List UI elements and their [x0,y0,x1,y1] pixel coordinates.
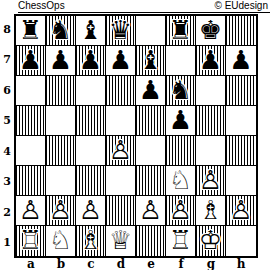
square-f4[interactable] [166,136,196,166]
white-pawn-piece: ♟♙ [106,136,135,165]
rank-label-6: 6 [0,75,14,106]
square-b3[interactable] [46,166,76,196]
file-label-f: f [166,258,196,270]
square-h4[interactable] [226,136,256,166]
black-pawn-piece: ♟♟ [166,106,195,135]
black-knight-piece: ♞♞ [166,76,195,105]
black-king-piece: ♚♚ [196,16,225,45]
square-a5[interactable] [16,106,46,136]
black-bishop-piece: ♝♝ [76,16,105,45]
square-g8[interactable]: ♚♚ [196,16,226,46]
square-d2[interactable] [106,196,136,226]
rank-label-4: 4 [0,136,14,167]
square-c2[interactable]: ♟♙ [76,196,106,226]
square-b2[interactable]: ♟♙ [46,196,76,226]
white-king-icon: ♔ [196,226,225,256]
black-knight-icon: ♞ [166,76,195,105]
file-label-b: b [46,258,76,270]
white-rook-piece: ♜♖ [166,226,195,256]
black-queen-icon: ♛ [106,16,135,45]
file-label-g: g [196,258,226,270]
black-pawn-icon: ♟ [16,46,45,75]
white-rook-icon: ♖ [166,226,195,256]
square-c7[interactable]: ♟♟ [76,46,106,76]
white-pawn-icon: ♙ [196,166,225,195]
app-title: ChessOps [18,0,65,12]
white-pawn-piece: ♟♙ [166,196,195,225]
square-a8[interactable]: ♜♜ [16,16,46,46]
square-e3[interactable] [136,166,166,196]
rank-label-7: 7 [0,45,14,76]
square-a6[interactable] [16,76,46,106]
square-e2[interactable]: ♟♙ [136,196,166,226]
square-f1[interactable]: ♜♖ [166,226,196,256]
square-g3[interactable]: ♟♙ [196,166,226,196]
white-pawn-piece: ♟♙ [136,196,165,225]
black-rook-icon: ♜ [166,16,195,45]
square-a4[interactable] [16,136,46,166]
board-area: 87654321 ♜♜♞♞♝♝♛♛♜♜♚♚♟♟♟♟♟♟♟♟♝♝♟♟♟♟♟♟♞♞♟… [0,14,270,258]
square-a2[interactable]: ♟♙ [16,196,46,226]
chess-board: ♜♜♞♞♝♝♛♛♜♜♚♚♟♟♟♟♟♟♟♟♝♝♟♟♟♟♟♟♞♞♟♟♟♙♞♘♟♙♟♙… [14,14,258,258]
white-knight-icon: ♘ [166,166,195,195]
black-bishop-icon: ♝ [136,46,165,75]
black-rook-icon: ♜ [16,16,45,45]
square-h3[interactable] [226,166,256,196]
square-h6[interactable] [226,76,256,106]
white-rook-piece: ♜♖ [16,226,45,256]
file-label-a: a [16,258,46,270]
black-knight-icon: ♞ [46,16,75,45]
square-d7[interactable]: ♟♟ [106,46,136,76]
square-c8[interactable]: ♝♝ [76,16,106,46]
black-knight-piece: ♞♞ [46,16,75,45]
white-bishop-piece: ♝♗ [76,226,105,256]
rank-label-5: 5 [0,106,14,137]
black-pawn-icon: ♟ [76,46,105,75]
square-f6[interactable]: ♞♞ [166,76,196,106]
black-pawn-piece: ♟♟ [136,76,165,105]
white-pawn-icon: ♙ [76,196,105,225]
square-c3[interactable] [76,166,106,196]
square-c1[interactable]: ♝♗ [76,226,106,256]
square-d3[interactable] [106,166,136,196]
square-f8[interactable]: ♜♜ [166,16,196,46]
file-label-e: e [136,258,166,270]
rank-label-3: 3 [0,167,14,198]
square-e8[interactable] [136,16,166,46]
file-label-h: h [226,258,256,270]
file-label-d: d [106,258,136,270]
square-e1[interactable] [136,226,166,256]
white-pawn-icon: ♙ [136,196,165,225]
square-g5[interactable] [196,106,226,136]
black-pawn-icon: ♟ [106,46,135,75]
square-f2[interactable]: ♟♙ [166,196,196,226]
square-d6[interactable] [106,76,136,106]
black-pawn-piece: ♟♟ [16,46,45,75]
square-d5[interactable] [106,106,136,136]
black-rook-piece: ♜♜ [166,16,195,45]
white-knight-piece: ♞♘ [46,226,75,256]
square-b4[interactable] [46,136,76,166]
square-h1[interactable] [226,226,256,256]
square-f7[interactable] [166,46,196,76]
white-pawn-piece: ♟♙ [46,196,75,225]
white-queen-icon: ♕ [106,226,135,256]
black-pawn-piece: ♟♟ [46,46,75,75]
square-g1[interactable]: ♚♔ [196,226,226,256]
black-rook-piece: ♜♜ [16,16,45,45]
square-e7[interactable]: ♝♝ [136,46,166,76]
black-pawn-piece: ♟♟ [196,46,225,75]
white-rook-icon: ♖ [16,226,45,256]
square-b1[interactable]: ♞♘ [46,226,76,256]
white-pawn-icon: ♙ [16,196,45,225]
square-f5[interactable]: ♟♟ [166,106,196,136]
rank-label-1: 1 [0,228,14,259]
white-bishop-piece: ♝♗ [196,196,225,225]
black-pawn-icon: ♟ [136,76,165,105]
black-pawn-icon: ♟ [46,46,75,75]
rank-labels: 87654321 [0,14,14,258]
black-pawn-piece: ♟♟ [76,46,105,75]
rank-label-8: 8 [0,14,14,45]
white-pawn-piece: ♟♙ [76,196,105,225]
black-king-icon: ♚ [196,16,225,45]
white-pawn-icon: ♙ [166,196,195,225]
square-h2[interactable]: ♟♙ [226,196,256,226]
square-a7[interactable]: ♟♟ [16,46,46,76]
square-c5[interactable] [76,106,106,136]
square-c6[interactable] [76,76,106,106]
title-bar: ChessOps © EUdesign [18,0,270,13]
square-g2[interactable]: ♝♗ [196,196,226,226]
square-g6[interactable] [196,76,226,106]
white-pawn-piece: ♟♙ [196,166,225,195]
black-pawn-icon: ♟ [226,46,256,75]
square-f3[interactable]: ♞♘ [166,166,196,196]
black-bishop-piece: ♝♝ [136,46,165,75]
black-pawn-icon: ♟ [196,46,225,75]
black-pawn-icon: ♟ [166,106,195,135]
white-knight-icon: ♘ [46,226,75,256]
credit-text: © EUdesign [214,0,268,12]
white-pawn-piece: ♟♙ [16,196,45,225]
square-b5[interactable] [46,106,76,136]
square-b6[interactable] [46,76,76,106]
black-bishop-icon: ♝ [76,16,105,45]
square-e5[interactable] [136,106,166,136]
black-pawn-piece: ♟♟ [226,46,256,75]
white-pawn-icon: ♙ [226,196,256,225]
white-queen-piece: ♛♕ [106,226,135,256]
square-g7[interactable]: ♟♟ [196,46,226,76]
white-pawn-icon: ♙ [46,196,75,225]
square-b8[interactable]: ♞♞ [46,16,76,46]
white-bishop-icon: ♗ [76,226,105,256]
square-d8[interactable]: ♛♛ [106,16,136,46]
square-h8[interactable] [226,16,256,46]
rank-label-2: 2 [0,197,14,228]
square-d4[interactable]: ♟♙ [106,136,136,166]
square-g4[interactable] [196,136,226,166]
square-h5[interactable] [226,106,256,136]
white-pawn-piece: ♟♙ [226,196,256,225]
file-label-c: c [76,258,106,270]
black-pawn-piece: ♟♟ [106,46,135,75]
black-queen-piece: ♛♛ [106,16,135,45]
white-king-piece: ♚♔ [196,226,225,256]
square-d1[interactable]: ♛♕ [106,226,136,256]
square-h7[interactable]: ♟♟ [226,46,256,76]
file-labels: abcdefgh [16,258,270,270]
square-a3[interactable] [16,166,46,196]
square-e6[interactable]: ♟♟ [136,76,166,106]
square-b7[interactable]: ♟♟ [46,46,76,76]
square-a1[interactable]: ♜♖ [16,226,46,256]
white-knight-piece: ♞♘ [166,166,195,195]
white-pawn-icon: ♙ [106,136,135,165]
square-c4[interactable] [76,136,106,166]
square-e4[interactable] [136,136,166,166]
white-bishop-icon: ♗ [196,196,225,225]
